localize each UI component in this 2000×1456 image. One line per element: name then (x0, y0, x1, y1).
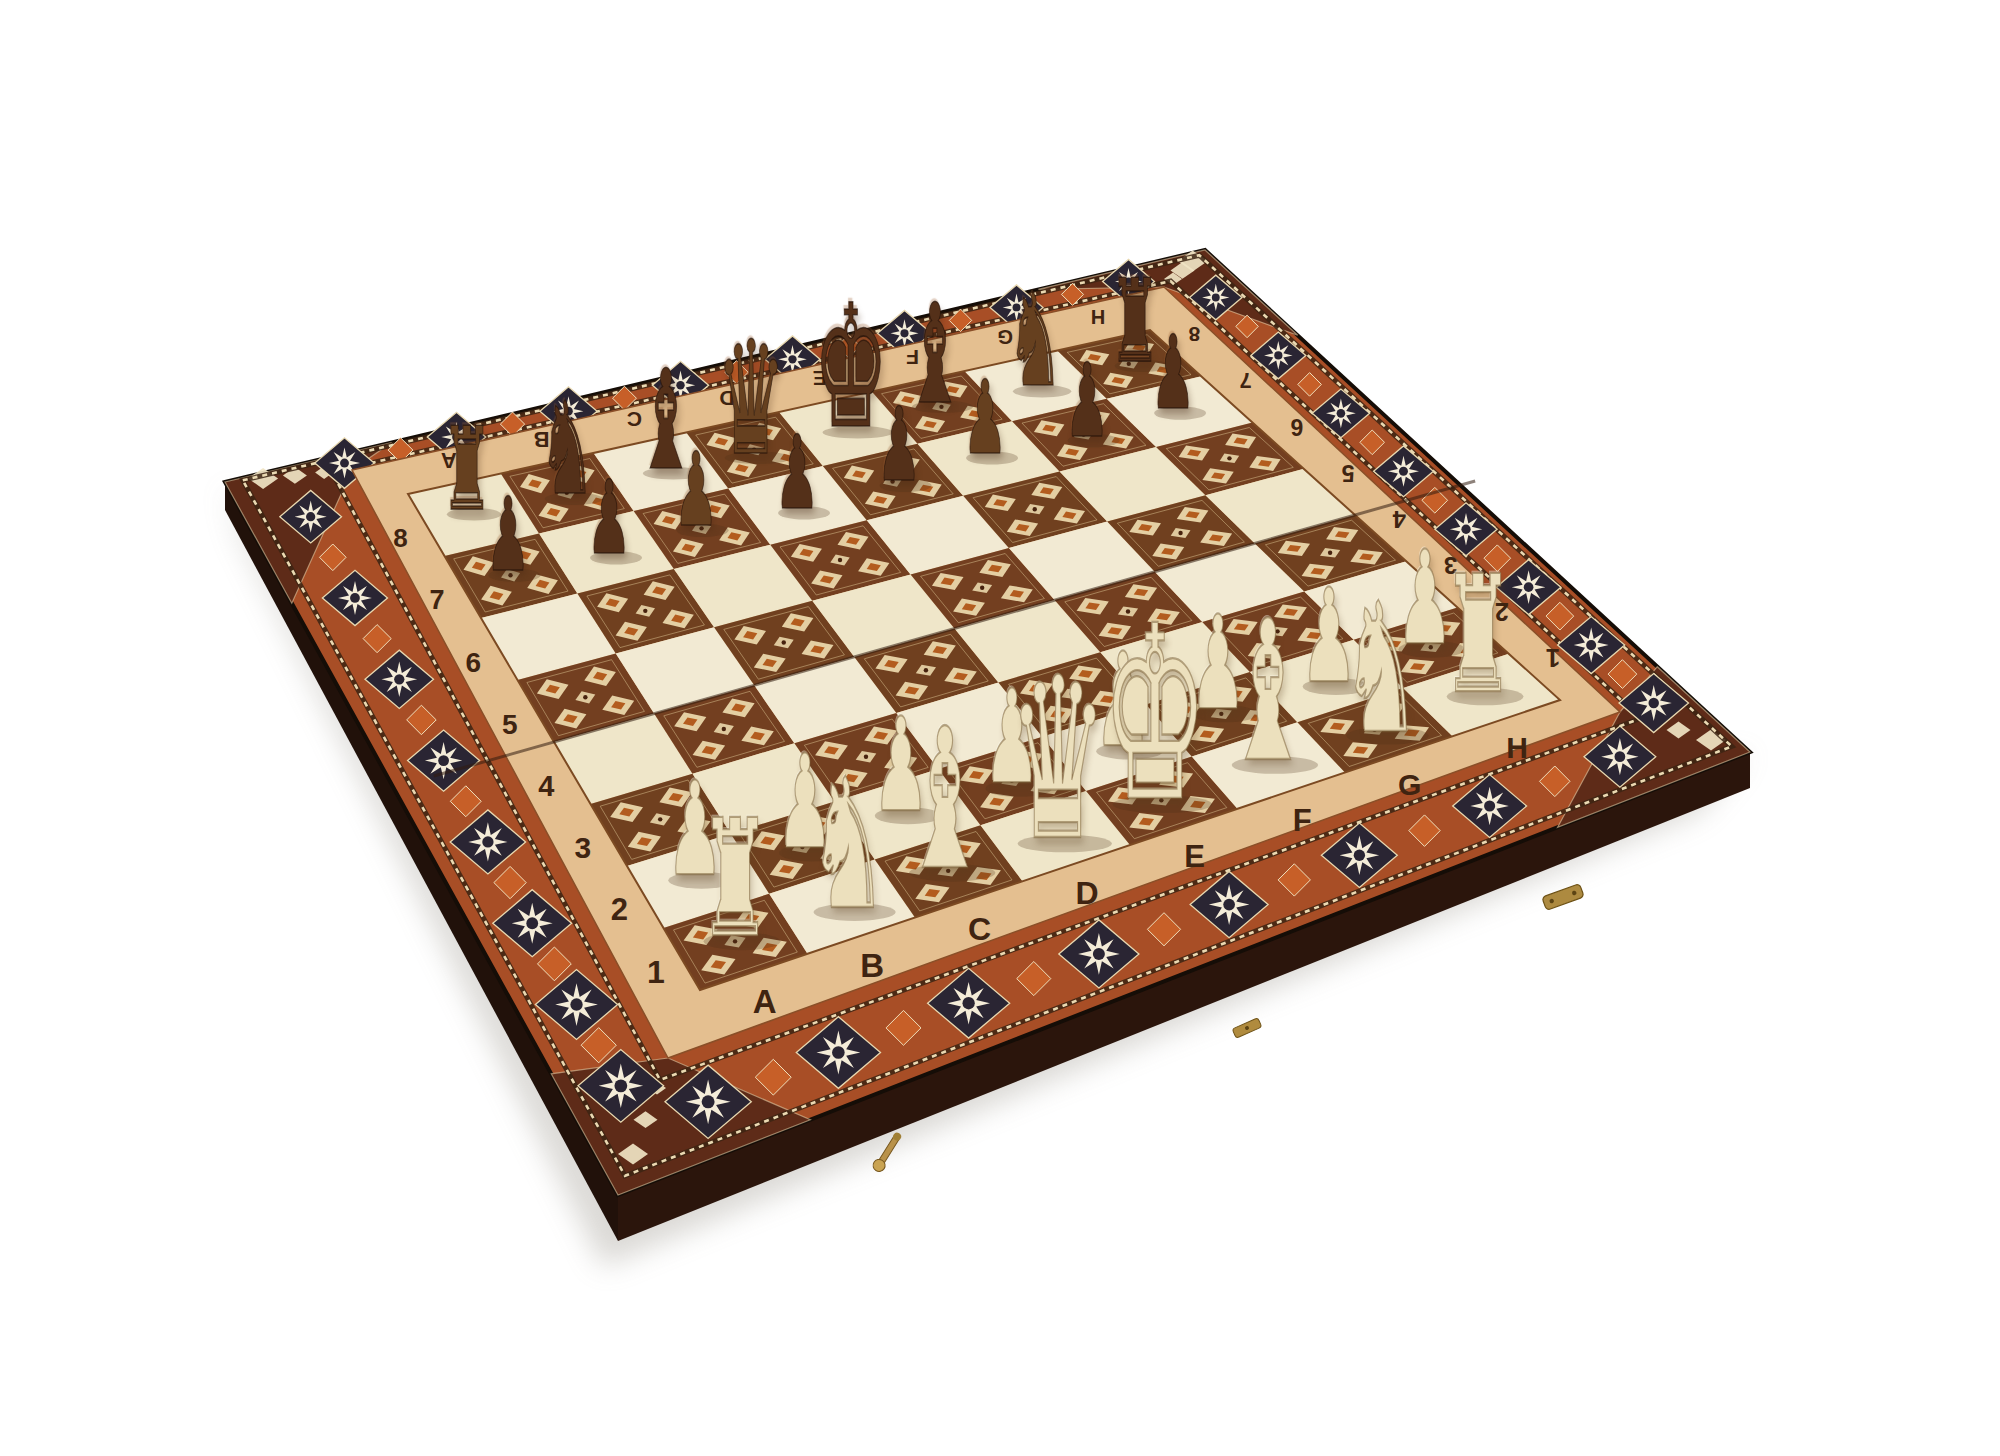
coord-rank-right-7: 7 (1239, 368, 1251, 393)
coord-rank-left-7: 7 (429, 585, 444, 615)
coord-rank-left-3: 3 (575, 831, 592, 864)
coord-rank-right-5: 5 (1341, 460, 1354, 486)
star-center-dot (832, 1046, 845, 1059)
star-center-dot (702, 1095, 715, 1108)
star-center-dot (1212, 294, 1220, 302)
mosaic-center-dot (722, 727, 726, 731)
star-center-dot (1093, 948, 1105, 960)
piece-white-bishop-c1[interactable]: ♝ (891, 766, 999, 886)
star-center-dot (1354, 850, 1365, 861)
white-bishop-glyph: ♝ (902, 703, 988, 897)
coord-rank-left-5: 5 (502, 709, 518, 740)
black-knight-glyph: ♞ (1007, 278, 1064, 406)
piece-black-pawn-f7[interactable]: ♟ (957, 400, 1013, 463)
white-bishop-glyph: ♝ (1225, 595, 1311, 789)
white-queen-glyph: ♛ (1008, 649, 1107, 873)
star-center-dot (1484, 800, 1495, 811)
coord-file-bottom-C: C (968, 911, 991, 947)
mosaic-center-dot (1178, 531, 1182, 535)
star-center-dot (1337, 409, 1346, 418)
white-rook-glyph: ♜ (1442, 554, 1514, 716)
star-center-dot (482, 836, 493, 847)
star-center-dot (1524, 582, 1534, 592)
black-pawn-glyph: ♟ (1064, 350, 1109, 452)
piece-white-knight-b1[interactable]: ♞ (798, 813, 898, 924)
coord-file-bottom-A: A (753, 983, 777, 1020)
black-pawn-glyph: ♟ (485, 484, 530, 586)
coord-rank-left-6: 6 (466, 647, 482, 678)
star-center-dot (788, 355, 796, 363)
piece-black-pawn-a7[interactable]: ♟ (479, 517, 535, 580)
coord-rank-left-2: 2 (611, 892, 628, 927)
star-center-dot (1223, 899, 1235, 911)
star-center-dot (1399, 467, 1408, 476)
black-pawn-glyph: ♟ (774, 422, 819, 524)
piece-black-pawn-h7[interactable]: ♟ (1145, 355, 1201, 418)
star-center-dot (1586, 640, 1596, 650)
coord-rank-right-6: 6 (1291, 414, 1304, 440)
coord-file-bottom-B: B (860, 947, 884, 984)
star-center-dot (1614, 751, 1625, 762)
mosaic-center-dot (980, 586, 984, 590)
star-center-dot (1274, 351, 1282, 359)
star-center-dot (306, 512, 315, 521)
star-center-dot (570, 998, 582, 1010)
mosaic-center-dot (838, 558, 842, 562)
black-pawn-glyph: ♟ (673, 439, 718, 541)
mosaic-center-dot (1033, 507, 1037, 511)
black-pawn-glyph: ♟ (586, 467, 631, 569)
white-knight-glyph: ♞ (1341, 578, 1421, 758)
piece-white-knight-g1[interactable]: ♞ (1331, 636, 1431, 747)
black-pawn-glyph: ♟ (962, 367, 1007, 469)
mosaic-center-dot (1227, 456, 1231, 460)
chess-set-photo: 87654321ABCDEFGH87654321ABCDEFGH ♜♞♝♛♚♝♞… (0, 0, 2000, 1456)
star-center-dot (438, 755, 449, 766)
coord-file-bottom-F: F (1293, 803, 1312, 838)
white-knight-glyph: ♞ (808, 755, 888, 935)
star-center-dot (394, 674, 404, 684)
piece-white-bishop-f1[interactable]: ♝ (1214, 658, 1322, 778)
mosaic-center-dot (782, 640, 786, 644)
mosaic-center-dot (583, 695, 587, 699)
star-center-dot (1649, 698, 1659, 708)
star-center-dot (1461, 525, 1470, 534)
coord-file-bottom-H: H (1506, 731, 1528, 764)
black-pawn-glyph: ♟ (1151, 322, 1196, 424)
star-center-dot (350, 593, 360, 603)
piece-white-rook-h1[interactable]: ♜ (1433, 607, 1523, 707)
white-rook-glyph: ♜ (699, 799, 771, 961)
coord-rank-left-1: 1 (647, 954, 665, 990)
star-center-dot (526, 917, 538, 929)
star-center-dot (962, 997, 974, 1009)
piece-white-queen-d1[interactable]: ♛ (996, 721, 1120, 859)
piece-black-pawn-c7[interactable]: ♟ (667, 472, 723, 535)
piece-black-pawn-b7[interactable]: ♟ (581, 500, 637, 563)
coord-rank-left-4: 4 (538, 770, 554, 802)
star-center-dot (614, 1079, 627, 1092)
black-pawn-glyph: ♟ (876, 394, 921, 496)
brass-hinge-icon (1542, 884, 1584, 911)
piece-black-pawn-g7[interactable]: ♟ (1058, 382, 1114, 445)
mosaic-center-dot (643, 609, 647, 613)
brass-latch-icon (1232, 1018, 1262, 1039)
piece-black-pawn-d7[interactable]: ♟ (769, 455, 825, 518)
piece-white-rook-a1[interactable]: ♜ (690, 851, 780, 951)
mosaic-center-dot (924, 668, 928, 672)
star-center-dot (340, 459, 349, 468)
piece-black-pawn-e7[interactable]: ♟ (870, 427, 926, 490)
coord-rank-right-1: 1 (1546, 643, 1560, 673)
coord-rank-left-8: 8 (393, 523, 407, 553)
mosaic-center-dot (1328, 551, 1332, 555)
